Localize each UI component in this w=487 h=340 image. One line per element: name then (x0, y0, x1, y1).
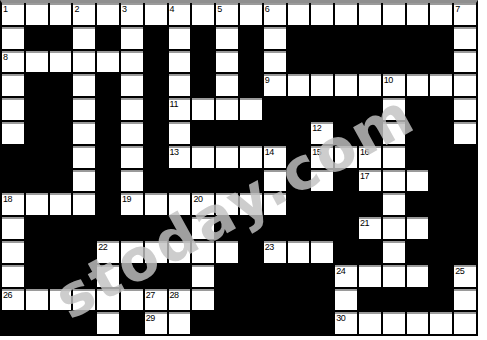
grid-cell-r10c5[interactable] (121, 241, 143, 263)
grid-cell-r2c3[interactable] (73, 51, 95, 73)
clue-number-18: 18 (3, 195, 12, 204)
grid-cell-r12c3[interactable] (73, 289, 95, 311)
grid-cell-r11c17[interactable] (407, 265, 429, 287)
grid-cell-r11c4[interactable] (97, 265, 119, 287)
block-cell-r1c2 (50, 27, 72, 49)
grid-cell-r12c2[interactable] (50, 289, 72, 311)
block-cell-r5c12 (288, 122, 310, 144)
block-cell-r6c2 (50, 146, 72, 168)
grid-cell-r8c11[interactable] (264, 193, 286, 215)
grid-cell-r8c8[interactable]: 20 (192, 193, 214, 215)
grid-cell-r1c3[interactable] (73, 27, 95, 49)
clue-number-11: 11 (170, 100, 178, 109)
grid-cell-r12c0[interactable]: 26 (2, 289, 24, 311)
block-cell-r9c9 (216, 217, 238, 239)
block-cell-r10c14 (335, 241, 357, 263)
block-cell-r13c8 (192, 312, 214, 334)
block-cell-r13c3 (73, 312, 95, 334)
grid-cell-r10c6[interactable] (145, 241, 167, 263)
clue-number-28: 28 (170, 291, 179, 300)
block-cell-r12c17 (407, 289, 429, 311)
clue-number-26: 26 (3, 291, 12, 300)
block-cell-r2c15 (359, 51, 381, 73)
block-cell-r6c0 (2, 146, 24, 168)
grid-cell-r8c1[interactable] (26, 193, 48, 215)
grid-cell-r2c7[interactable] (169, 51, 191, 73)
grid-cell-r5c0[interactable] (2, 122, 24, 144)
grid-cell-r10c11[interactable]: 23 (264, 241, 286, 263)
block-cell-r7c8 (192, 170, 214, 192)
block-cell-r9c11 (264, 217, 286, 239)
block-cell-r11c3 (73, 265, 95, 287)
block-cell-r6c4 (97, 146, 119, 168)
block-cell-r10c2 (50, 241, 72, 263)
block-cell-r5c11 (264, 122, 286, 144)
block-cell-r13c1 (26, 312, 48, 334)
block-cell-r8c15 (359, 193, 381, 215)
block-cell-r7c10 (240, 170, 262, 192)
clue-number-27: 27 (146, 291, 155, 300)
grid-cell-r12c7[interactable]: 28 (169, 289, 191, 311)
block-cell-r9c5 (121, 217, 143, 239)
block-cell-r9c7 (169, 217, 191, 239)
block-cell-r5c9 (216, 122, 238, 144)
grid-cell-r9c17[interactable] (407, 217, 429, 239)
block-cell-r9c10 (240, 217, 262, 239)
block-cell-r11c7 (169, 265, 191, 287)
grid-cell-r1c0[interactable] (2, 27, 24, 49)
grid-cell-r6c7[interactable]: 13 (169, 146, 191, 168)
clue-number-1: 1 (3, 5, 8, 14)
grid-cell-r8c2[interactable] (50, 193, 72, 215)
grid-cell-r0c16[interactable] (383, 3, 405, 25)
grid-cell-r0c6[interactable] (145, 3, 167, 25)
grid-cell-r9c15[interactable]: 21 (359, 217, 381, 239)
block-cell-r11c9 (216, 265, 238, 287)
block-cell-r8c12 (288, 193, 310, 215)
block-cell-r10c15 (359, 241, 381, 263)
block-cell-r11c11 (264, 265, 286, 287)
grid-cell-r11c14[interactable]: 24 (335, 265, 357, 287)
block-cell-r6c18 (430, 146, 452, 168)
block-cell-r1c18 (430, 27, 452, 49)
grid-cell-r13c7[interactable] (169, 312, 191, 334)
grid-cell-r12c4[interactable] (97, 289, 119, 311)
block-cell-r9c6 (145, 217, 167, 239)
block-cell-r10c18 (430, 241, 452, 263)
grid-cell-r8c5[interactable]: 19 (121, 193, 143, 215)
grid-cell-r6c10[interactable] (240, 146, 262, 168)
block-cell-r13c11 (264, 312, 286, 334)
block-cell-r12c13 (311, 289, 333, 311)
grid-cell-r10c13[interactable] (311, 241, 333, 263)
clue-number-3: 3 (122, 5, 127, 14)
block-cell-r4c4 (97, 98, 119, 120)
grid-cell-r5c3[interactable] (73, 122, 95, 144)
grid-cell-r12c5[interactable] (121, 289, 143, 311)
clue-number-30: 30 (336, 314, 345, 323)
clue-number-5: 5 (217, 5, 222, 14)
grid-cell-r12c8[interactable] (192, 289, 214, 311)
block-cell-r8c19 (454, 193, 476, 215)
block-cell-r12c11 (264, 289, 286, 311)
grid-cell-r4c16[interactable] (383, 98, 405, 120)
grid-cell-r13c15[interactable] (359, 312, 381, 334)
block-cell-r10c19 (454, 241, 476, 263)
grid-cell-r3c14[interactable] (335, 74, 357, 96)
block-cell-r7c2 (50, 170, 72, 192)
block-cell-r7c6 (145, 170, 167, 192)
block-cell-r11c2 (50, 265, 72, 287)
clue-number-19: 19 (122, 195, 131, 204)
grid-cell-r7c3[interactable] (73, 170, 95, 192)
block-cell-r7c14 (335, 170, 357, 192)
block-cell-r4c17 (407, 98, 429, 120)
block-cell-r10c10 (240, 241, 262, 263)
grid-cell-r8c10[interactable] (240, 193, 262, 215)
grid-cell-r8c3[interactable] (73, 193, 95, 215)
grid-cell-r13c16[interactable] (383, 312, 405, 334)
grid-cell-r13c6[interactable]: 29 (145, 312, 167, 334)
block-cell-r3c8 (192, 74, 214, 96)
block-cell-r13c0 (2, 312, 24, 334)
clue-number-2: 2 (74, 5, 79, 14)
block-cell-r4c2 (50, 98, 72, 120)
block-cell-r12c15 (359, 289, 381, 311)
grid-cell-r10c4[interactable]: 22 (97, 241, 119, 263)
grid-cell-r8c16[interactable] (383, 193, 405, 215)
block-cell-r11c10 (240, 265, 262, 287)
grid-cell-r2c9[interactable] (216, 51, 238, 73)
grid-cell-r0c3[interactable]: 2 (73, 3, 95, 25)
clue-number-24: 24 (336, 267, 345, 276)
block-cell-r13c5 (121, 312, 143, 334)
block-cell-r9c3 (73, 217, 95, 239)
block-cell-r1c15 (359, 27, 381, 49)
block-cell-r8c14 (335, 193, 357, 215)
block-cell-r4c15 (359, 98, 381, 120)
grid-cell-r12c14[interactable] (335, 289, 357, 311)
block-cell-r12c18 (430, 289, 452, 311)
block-cell-r3c4 (97, 74, 119, 96)
grid-cell-r8c9[interactable] (216, 193, 238, 215)
clue-number-8: 8 (3, 53, 8, 62)
block-cell-r7c12 (288, 170, 310, 192)
block-cell-r1c14 (335, 27, 357, 49)
grid-cell-r2c5[interactable] (121, 51, 143, 73)
grid-cell-r5c16[interactable] (383, 122, 405, 144)
grid-cell-r7c5[interactable] (121, 170, 143, 192)
grid-cell-r3c18[interactable] (430, 74, 452, 96)
grid-cell-r6c3[interactable] (73, 146, 95, 168)
block-cell-r11c1 (26, 265, 48, 287)
grid-cell-r3c7[interactable] (169, 74, 191, 96)
block-cell-r5c15 (359, 122, 381, 144)
grid-cell-r0c14[interactable] (335, 3, 357, 25)
grid-cell-r5c19[interactable] (454, 122, 476, 144)
grid-cell-r0c4[interactable] (97, 3, 119, 25)
grid-cell-r11c8[interactable] (192, 265, 214, 287)
block-cell-r11c5 (121, 265, 143, 287)
grid-cell-r8c6[interactable] (145, 193, 167, 215)
clue-number-21: 21 (360, 219, 369, 228)
block-cell-r3c1 (26, 74, 48, 96)
grid-cell-r11c19[interactable]: 25 (454, 265, 476, 287)
block-cell-r10c1 (26, 241, 48, 263)
grid-cell-r12c6[interactable]: 27 (145, 289, 167, 311)
block-cell-r4c18 (430, 98, 452, 120)
grid-cell-r4c10[interactable] (240, 98, 262, 120)
block-cell-r5c1 (26, 122, 48, 144)
grid-cell-r0c13[interactable] (311, 3, 333, 25)
block-cell-r7c4 (97, 170, 119, 192)
grid-cell-r4c9[interactable] (216, 98, 238, 120)
block-cell-r2c10 (240, 51, 262, 73)
block-cell-r10c17 (407, 241, 429, 263)
block-cell-r1c8 (192, 27, 214, 49)
block-cell-r3c6 (145, 74, 167, 96)
block-cell-r7c19 (454, 170, 476, 192)
grid-cell-r3c19[interactable] (454, 74, 476, 96)
block-cell-r11c18 (430, 265, 452, 287)
block-cell-r6c19 (454, 146, 476, 168)
grid-cell-r3c15[interactable] (359, 74, 381, 96)
clue-number-29: 29 (146, 314, 155, 323)
block-cell-r13c2 (50, 312, 72, 334)
grid-cell-r0c8[interactable] (192, 3, 214, 25)
block-cell-r5c6 (145, 122, 167, 144)
block-cell-r1c12 (288, 27, 310, 49)
block-cell-r3c2 (50, 74, 72, 96)
grid-cell-r7c17[interactable] (407, 170, 429, 192)
grid-cell-r0c7[interactable]: 4 (169, 3, 191, 25)
grid-cell-r10c9[interactable] (216, 241, 238, 263)
grid-cell-r10c16[interactable] (383, 241, 405, 263)
clue-number-23: 23 (265, 243, 274, 252)
block-cell-r4c14 (335, 98, 357, 120)
block-cell-r7c9 (216, 170, 238, 192)
grid-cell-r0c2[interactable] (50, 3, 72, 25)
clue-number-13: 13 (170, 148, 179, 157)
clue-number-6: 6 (265, 5, 270, 14)
grid-cell-r6c8[interactable] (192, 146, 214, 168)
grid-cell-r6c5[interactable] (121, 146, 143, 168)
grid-cell-r2c19[interactable] (454, 51, 476, 73)
block-cell-r11c6 (145, 265, 167, 287)
grid-cell-r9c16[interactable] (383, 217, 405, 239)
block-cell-r13c12 (288, 312, 310, 334)
block-cell-r3c10 (240, 74, 262, 96)
block-cell-r6c1 (26, 146, 48, 168)
grid-cell-r6c9[interactable] (216, 146, 238, 168)
grid-cell-r9c8[interactable] (192, 217, 214, 239)
block-cell-r13c10 (240, 312, 262, 334)
block-cell-r1c17 (407, 27, 429, 49)
block-cell-r9c2 (50, 217, 72, 239)
grid-cell-r0c1[interactable] (26, 3, 48, 25)
block-cell-r12c9 (216, 289, 238, 311)
block-cell-r5c10 (240, 122, 262, 144)
grid-cell-r10c7[interactable] (169, 241, 191, 263)
block-cell-r12c10 (240, 289, 262, 311)
block-cell-r2c18 (430, 51, 452, 73)
grid-cell-r11c0[interactable] (2, 265, 24, 287)
grid-cell-r12c19[interactable] (454, 289, 476, 311)
block-cell-r9c13 (311, 217, 333, 239)
block-cell-r5c2 (50, 122, 72, 144)
block-cell-r9c1 (26, 217, 48, 239)
grid-cell-r3c13[interactable] (311, 74, 333, 96)
clue-number-4: 4 (170, 5, 175, 14)
block-cell-r2c12 (288, 51, 310, 73)
block-cell-r9c12 (288, 217, 310, 239)
block-cell-r4c11 (264, 98, 286, 120)
grid-cell-r0c0[interactable]: 1 (2, 3, 24, 25)
clue-number-10: 10 (384, 76, 393, 85)
grid-cell-r4c3[interactable] (73, 98, 95, 120)
block-cell-r7c0 (2, 170, 24, 192)
grid-cell-r4c19[interactable] (454, 98, 476, 120)
grid-cell-r2c11[interactable] (264, 51, 286, 73)
grid-cell-r1c11[interactable] (264, 27, 286, 49)
grid-cell-r0c11[interactable]: 6 (264, 3, 286, 25)
grid-cell-r12c1[interactable] (26, 289, 48, 311)
block-cell-r8c4 (97, 193, 119, 215)
grid-cell-r3c11[interactable]: 9 (264, 74, 286, 96)
block-cell-r4c6 (145, 98, 167, 120)
grid-cell-r8c0[interactable]: 18 (2, 193, 24, 215)
grid-cell-r7c11[interactable] (264, 170, 286, 192)
block-cell-r13c13 (311, 312, 333, 334)
grid-cell-r10c12[interactable] (288, 241, 310, 263)
block-cell-r2c8 (192, 51, 214, 73)
crossword-grid: 1234567891011121314151617181920212223242… (0, 0, 478, 336)
block-cell-r1c10 (240, 27, 262, 49)
block-cell-r1c4 (97, 27, 119, 49)
grid-cell-r6c15[interactable]: 16 (359, 146, 381, 168)
grid-cell-r7c16[interactable] (383, 170, 405, 192)
block-cell-r1c1 (26, 27, 48, 49)
grid-cell-r3c3[interactable] (73, 74, 95, 96)
grid-cell-r7c13[interactable] (311, 170, 333, 192)
block-cell-r9c19 (454, 217, 476, 239)
grid-cell-r3c0[interactable] (2, 74, 24, 96)
grid-cell-r2c2[interactable] (50, 51, 72, 73)
block-cell-r4c12 (288, 98, 310, 120)
block-cell-r6c6 (145, 146, 167, 168)
block-cell-r2c17 (407, 51, 429, 73)
grid-cell-r2c4[interactable] (97, 51, 119, 73)
grid-cell-r6c16[interactable] (383, 146, 405, 168)
block-cell-r7c7 (169, 170, 191, 192)
grid-cell-r3c12[interactable] (288, 74, 310, 96)
block-cell-r2c13 (311, 51, 333, 73)
block-cell-r1c6 (145, 27, 167, 49)
block-cell-r6c17 (407, 146, 429, 168)
grid-cell-r0c17[interactable] (407, 3, 429, 25)
block-cell-r13c9 (216, 312, 238, 334)
grid-cell-r4c7[interactable]: 11 (169, 98, 191, 120)
block-cell-r11c13 (311, 265, 333, 287)
grid-cell-r6c13[interactable]: 15 (311, 146, 333, 168)
grid-cell-r5c5[interactable] (121, 122, 143, 144)
block-cell-r9c4 (97, 217, 119, 239)
block-cell-r10c3 (73, 241, 95, 263)
block-cell-r8c13 (311, 193, 333, 215)
grid-cell-r0c5[interactable]: 3 (121, 3, 143, 25)
grid-cell-r0c12[interactable] (288, 3, 310, 25)
grid-cell-r1c19[interactable] (454, 27, 476, 49)
block-cell-r4c1 (26, 98, 48, 120)
clue-number-15: 15 (312, 148, 321, 157)
grid-cell-r3c9[interactable] (216, 74, 238, 96)
block-cell-r9c18 (430, 217, 452, 239)
block-cell-r2c16 (383, 51, 405, 73)
block-cell-r11c12 (288, 265, 310, 287)
grid-cell-r6c11[interactable]: 14 (264, 146, 286, 168)
grid-cell-r3c5[interactable] (121, 74, 143, 96)
grid-cell-r8c7[interactable] (169, 193, 191, 215)
block-cell-r9c14 (335, 217, 357, 239)
grid-cell-r4c0[interactable] (2, 98, 24, 120)
grid-cell-r3c17[interactable] (407, 74, 429, 96)
grid-cell-r13c14[interactable]: 30 (335, 312, 357, 334)
grid-cell-r0c15[interactable] (359, 3, 381, 25)
grid-cell-r13c17[interactable] (407, 312, 429, 334)
grid-cell-r0c10[interactable] (240, 3, 262, 25)
clue-number-16: 16 (360, 148, 369, 157)
grid-cell-r11c15[interactable] (359, 265, 381, 287)
grid-cell-r4c8[interactable] (192, 98, 214, 120)
grid-cell-r0c19[interactable]: 7 (454, 3, 476, 25)
grid-cell-r1c5[interactable] (121, 27, 143, 49)
grid-cell-r1c9[interactable] (216, 27, 238, 49)
grid-cell-r13c18[interactable] (430, 312, 452, 334)
block-cell-r2c14 (335, 51, 357, 73)
grid-cell-r7c15[interactable]: 17 (359, 170, 381, 192)
clue-number-12: 12 (312, 124, 321, 133)
grid-cell-r13c4[interactable] (97, 312, 119, 334)
grid-cell-r2c1[interactable] (26, 51, 48, 73)
block-cell-r8c17 (407, 193, 429, 215)
clue-number-7: 7 (455, 5, 460, 14)
grid-cell-r10c0[interactable] (2, 241, 24, 263)
grid-cell-r1c7[interactable] (169, 27, 191, 49)
grid-cell-r5c7[interactable] (169, 122, 191, 144)
block-cell-r6c12 (288, 146, 310, 168)
grid-cell-r0c18[interactable] (430, 3, 452, 25)
block-cell-r12c12 (288, 289, 310, 311)
grid-cell-r11c16[interactable] (383, 265, 405, 287)
block-cell-r8c18 (430, 193, 452, 215)
grid-cell-r0c9[interactable]: 5 (216, 3, 238, 25)
block-cell-r7c1 (26, 170, 48, 192)
grid-cell-r3c16[interactable]: 10 (383, 74, 405, 96)
clue-number-20: 20 (193, 195, 202, 204)
grid-cell-r13c19[interactable] (454, 312, 476, 334)
block-cell-r1c16 (383, 27, 405, 49)
block-cell-r4c13 (311, 98, 333, 120)
block-cell-r12c16 (383, 289, 405, 311)
grid-cell-r4c5[interactable] (121, 98, 143, 120)
grid-cell-r5c13[interactable]: 12 (311, 122, 333, 144)
grid-cell-r9c0[interactable] (2, 217, 24, 239)
block-cell-r5c4 (97, 122, 119, 144)
grid-cell-r6c14[interactable] (335, 146, 357, 168)
grid-cell-r2c0[interactable]: 8 (2, 51, 24, 73)
grid-cell-r10c8[interactable] (192, 241, 214, 263)
clue-number-25: 25 (455, 267, 464, 276)
